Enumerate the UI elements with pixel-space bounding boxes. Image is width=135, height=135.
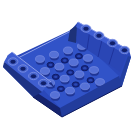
right-ridge-end-cap — [68, 25, 77, 43]
plate-stud — [55, 63, 64, 70]
plate-socket-inner — [69, 71, 72, 73]
plate-stud — [50, 51, 59, 58]
ridge-stud-hole — [96, 34, 101, 38]
plate-socket-inner — [83, 67, 86, 69]
plate-socket-inner — [89, 79, 92, 81]
plate-socket-inner — [49, 64, 52, 66]
plate-stud — [60, 75, 69, 82]
plate-stud — [66, 87, 75, 94]
plate-socket-inner — [59, 88, 62, 90]
plate-stud — [81, 83, 90, 90]
lego-brick-illustration — [0, 0, 135, 135]
plate-socket-inner — [77, 55, 80, 57]
plate-stud — [75, 71, 84, 78]
plate-stud — [41, 68, 50, 75]
ridge-stud-hole — [110, 41, 115, 45]
ridge-stud-hole — [31, 74, 36, 78]
ridge-stud-hole — [20, 67, 25, 71]
ridge-stud-hole — [41, 81, 46, 85]
ridge-stud-hole — [122, 48, 127, 52]
plate-stud — [69, 59, 78, 66]
plate-stud — [96, 79, 105, 86]
plate-stud — [36, 56, 45, 63]
plate-socket-inner — [54, 76, 57, 78]
ridge-stud-hole — [10, 60, 15, 64]
plate-stud — [84, 55, 93, 62]
plate-stud — [90, 67, 99, 74]
ridge-stud-hole — [83, 27, 88, 31]
lego-brick-photo — [0, 0, 135, 135]
plate-socket-inner — [74, 83, 77, 85]
plate-socket-inner — [63, 59, 66, 61]
plate-stud — [64, 47, 73, 54]
plate-stud — [51, 92, 60, 99]
